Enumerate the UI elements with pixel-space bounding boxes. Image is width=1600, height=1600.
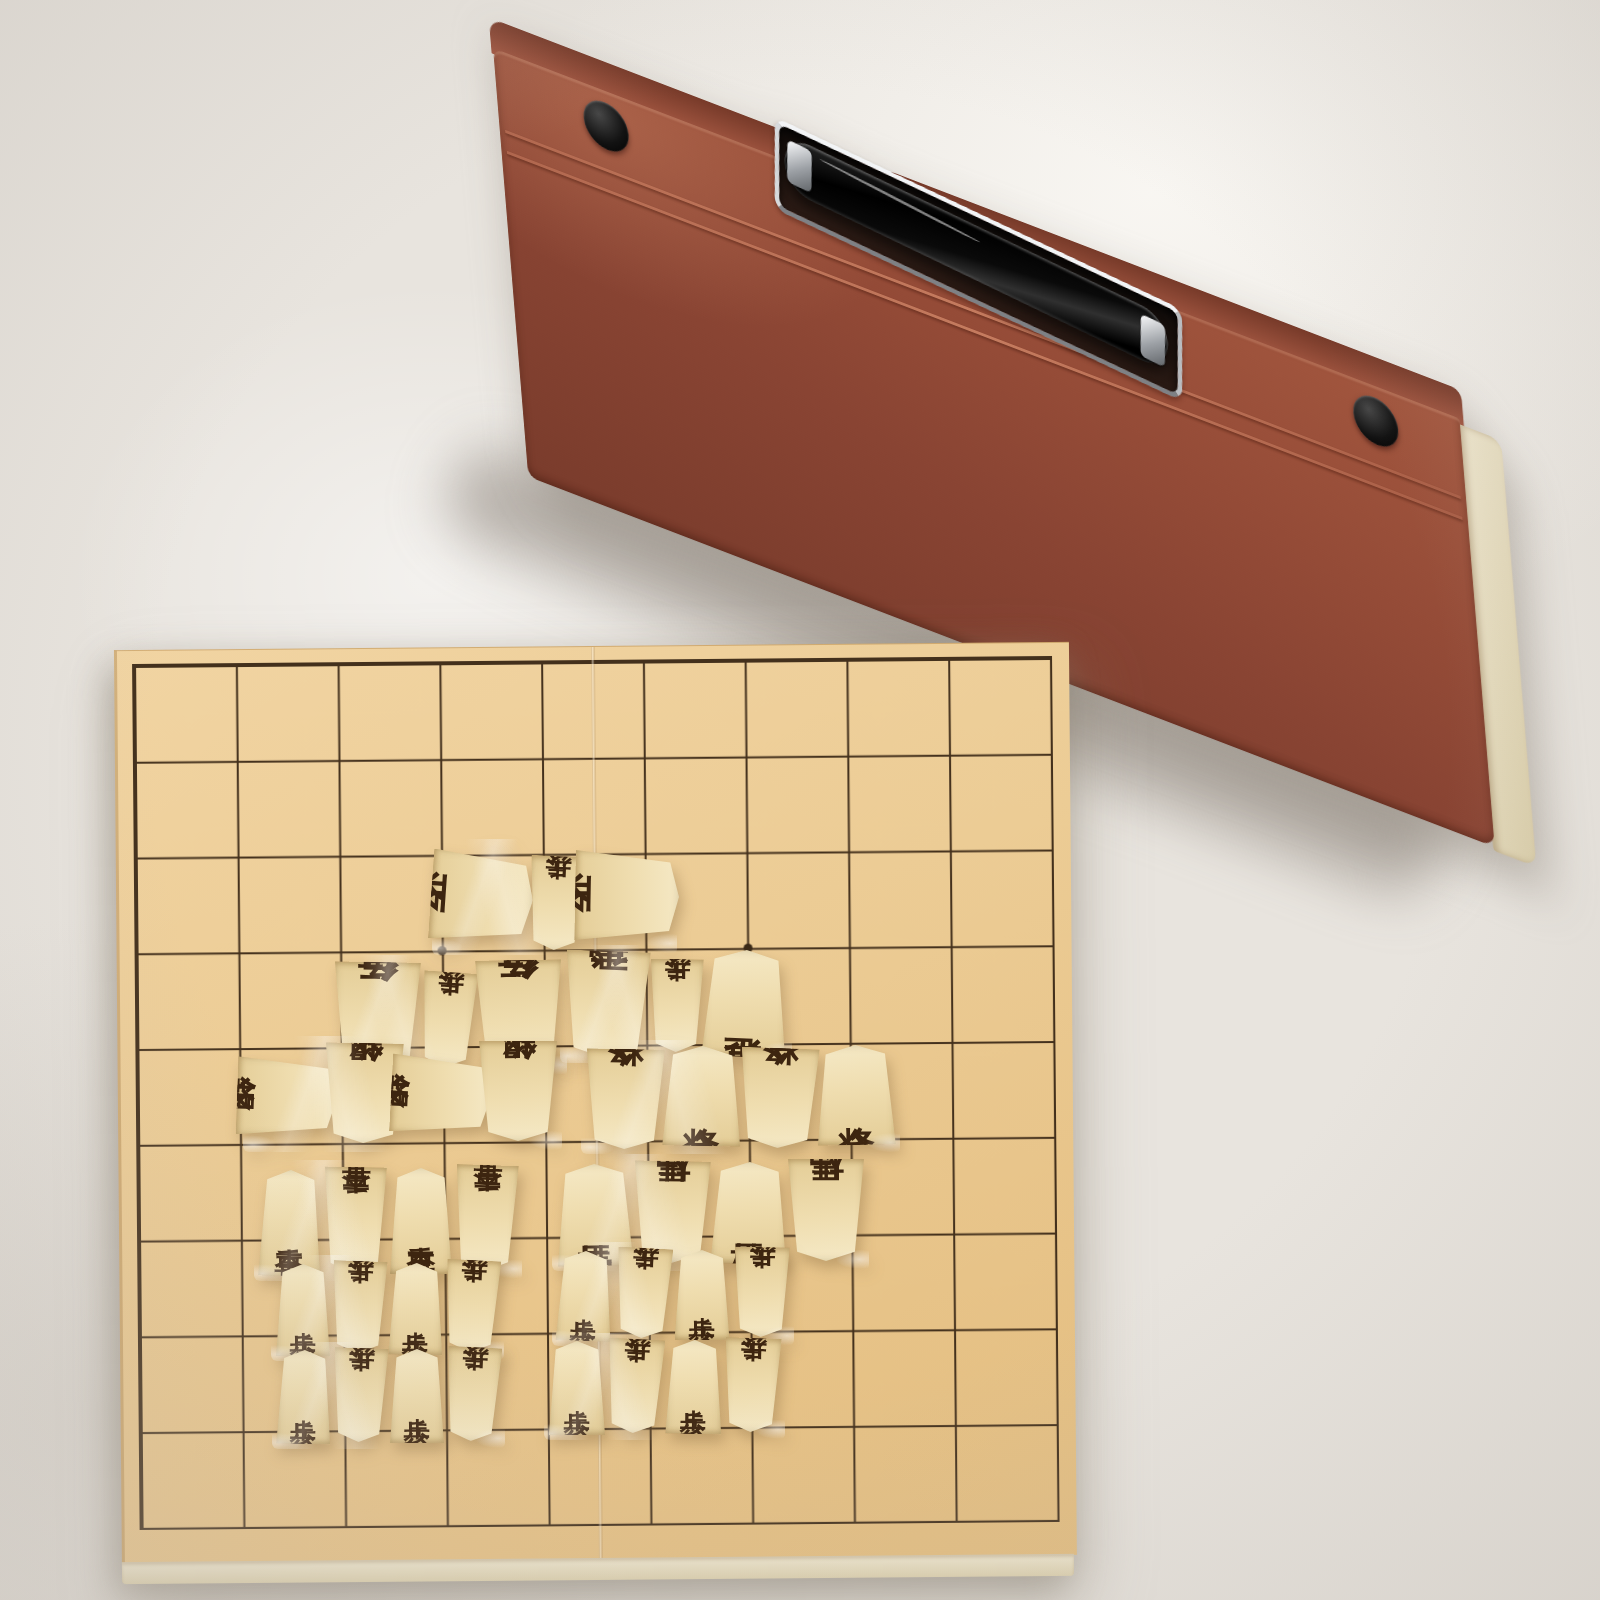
piece-kanji: 歩兵 [459, 1303, 485, 1308]
piece-kanji: 歩兵 [404, 1394, 430, 1398]
piece-kanji: 角行 [498, 1013, 539, 1018]
bundle-gold-generals[interactable]: 金将金将金将金将 [586, 1045, 895, 1149]
piece-kanji: 歩兵 [630, 1290, 656, 1295]
piece-kanji: 銀将 [438, 1076, 444, 1113]
piece-king[interactable]: 玉将 [574, 850, 680, 942]
bundle-pawns-row5-right[interactable]: 歩兵歩兵歩兵歩兵 [557, 1247, 789, 1341]
piece-knight[interactable]: 桂馬 [788, 1159, 864, 1261]
piece-kanji: 金将 [683, 1094, 720, 1099]
piece-gold[interactable]: 金将 [816, 1044, 896, 1145]
piece-kanji: 桂馬 [654, 1210, 689, 1215]
piece-lance[interactable]: 香車 [453, 1164, 519, 1272]
piece-kanji: 歩兵 [543, 900, 569, 905]
case-seam-groove [505, 130, 1461, 499]
piece-kanji: 歩兵 [460, 1391, 486, 1396]
piece-kanji: 王将 [478, 875, 485, 919]
bundle-pawns-row6-right[interactable]: 歩兵歩兵歩兵歩兵 [549, 1338, 780, 1435]
piece-rook[interactable]: 飛車 [563, 949, 651, 1059]
piece-kanji: 香車 [275, 1221, 304, 1226]
piece-pawn[interactable]: 歩兵 [733, 1247, 790, 1338]
piece-kanji: 銀将 [284, 1078, 289, 1115]
bundle-pawns-row6-left[interactable]: 歩兵歩兵歩兵歩兵 [277, 1347, 500, 1444]
piece-kanji: 歩兵 [564, 1386, 590, 1390]
piece-pawn[interactable]: 歩兵 [276, 1350, 332, 1445]
piece-kanji: 歩兵 [347, 1393, 373, 1398]
piece-kanji: 銀将 [345, 1091, 382, 1096]
case-handle[interactable] [784, 133, 1168, 372]
piece-silver[interactable]: 銀将 [389, 1053, 493, 1136]
bundle-silver-generals[interactable]: 銀将銀将銀将銀将 [248, 1041, 557, 1147]
piece-silver[interactable]: 銀将 [236, 1056, 339, 1137]
piece-king[interactable]: 王将 [428, 849, 536, 946]
piece-lance[interactable]: 香車 [323, 1166, 387, 1273]
piece-kanji: 歩兵 [571, 1294, 597, 1299]
piece-kanji: 歩兵 [689, 1293, 715, 1297]
piece-kanji: 金将 [760, 1095, 797, 1100]
piece-pawn[interactable]: 歩兵 [276, 1264, 330, 1356]
piece-pawn[interactable]: 歩兵 [330, 1260, 387, 1354]
piece-kanji: 香車 [340, 1218, 369, 1223]
piece-kanji: 飛車 [586, 1001, 627, 1006]
piece-kanji: 歩兵 [403, 1307, 429, 1311]
piece-kanji: 香車 [471, 1215, 500, 1220]
piece-kanji: 桂馬 [577, 1213, 612, 1218]
bundle-kings-and-spare-pawn[interactable]: 王将歩兵玉将 [437, 844, 672, 950]
piece-kanji: 角行 [356, 1015, 397, 1020]
piece-pawn[interactable]: 歩兵 [722, 1337, 781, 1433]
bundle-pawns-row5-left[interactable]: 歩兵歩兵歩兵歩兵 [276, 1260, 499, 1356]
piece-pawn[interactable]: 歩兵 [605, 1338, 666, 1435]
piece-pawn[interactable]: 歩兵 [390, 1349, 444, 1443]
piece-kanji: 歩兵 [663, 1003, 689, 1007]
piece-gold[interactable]: 金将 [662, 1045, 742, 1146]
piece-kanji: 歩兵 [346, 1305, 372, 1310]
piece-kanji: 銀将 [500, 1089, 537, 1093]
piece-kanji: 歩兵 [739, 1383, 765, 1388]
piece-kanji: 桂馬 [809, 1208, 844, 1212]
piece-silver[interactable]: 銀将 [479, 1041, 557, 1141]
piece-kanji: 玉将 [625, 874, 630, 918]
piece-kanji: 歩兵 [622, 1383, 648, 1388]
piece-kanji: 歩兵 [291, 1395, 317, 1399]
piece-kanji: 飛車 [724, 1000, 765, 1005]
piece-pawn[interactable]: 歩兵 [444, 1346, 503, 1443]
piece-rook[interactable]: 飛車 [701, 948, 789, 1058]
snap-button-left[interactable] [582, 94, 631, 159]
scene: 王将歩兵玉将角行歩兵角行飛車歩兵飛車銀将銀将銀将銀将金将金将金将金将香車香車香車… [0, 0, 1600, 1600]
piece-pawn[interactable]: 歩兵 [649, 958, 704, 1052]
piece-kanji: 香車 [407, 1219, 436, 1223]
piece-pawn[interactable]: 歩兵 [443, 1259, 502, 1354]
snap-button-right[interactable] [1351, 389, 1400, 454]
piece-kanji: 金将 [606, 1097, 643, 1102]
piece-pawn[interactable]: 歩兵 [388, 1263, 444, 1356]
piece-gold[interactable]: 金将 [585, 1048, 665, 1149]
piece-kanji: 歩兵 [748, 1290, 774, 1294]
piece-kanji: 歩兵 [681, 1385, 707, 1389]
piece-pawn[interactable]: 歩兵 [555, 1250, 613, 1342]
piece-kanji: 金将 [837, 1093, 874, 1098]
piece-pawn[interactable]: 歩兵 [675, 1250, 730, 1340]
piece-kanji: 桂馬 [731, 1211, 766, 1216]
bundle-rooks-and-pawn[interactable]: 飛車歩兵飛車 [565, 950, 787, 1058]
piece-kanji: 歩兵 [290, 1308, 316, 1312]
piece-kanji: 歩兵 [435, 1016, 461, 1022]
piece-pawn[interactable]: 歩兵 [331, 1347, 388, 1443]
piece-gold[interactable]: 金将 [738, 1047, 819, 1150]
piece-pawn[interactable]: 歩兵 [665, 1340, 723, 1435]
piece-pawn[interactable]: 歩兵 [613, 1247, 673, 1340]
piece-pawn[interactable]: 歩兵 [549, 1341, 605, 1435]
piece-lance[interactable]: 香車 [390, 1168, 452, 1274]
